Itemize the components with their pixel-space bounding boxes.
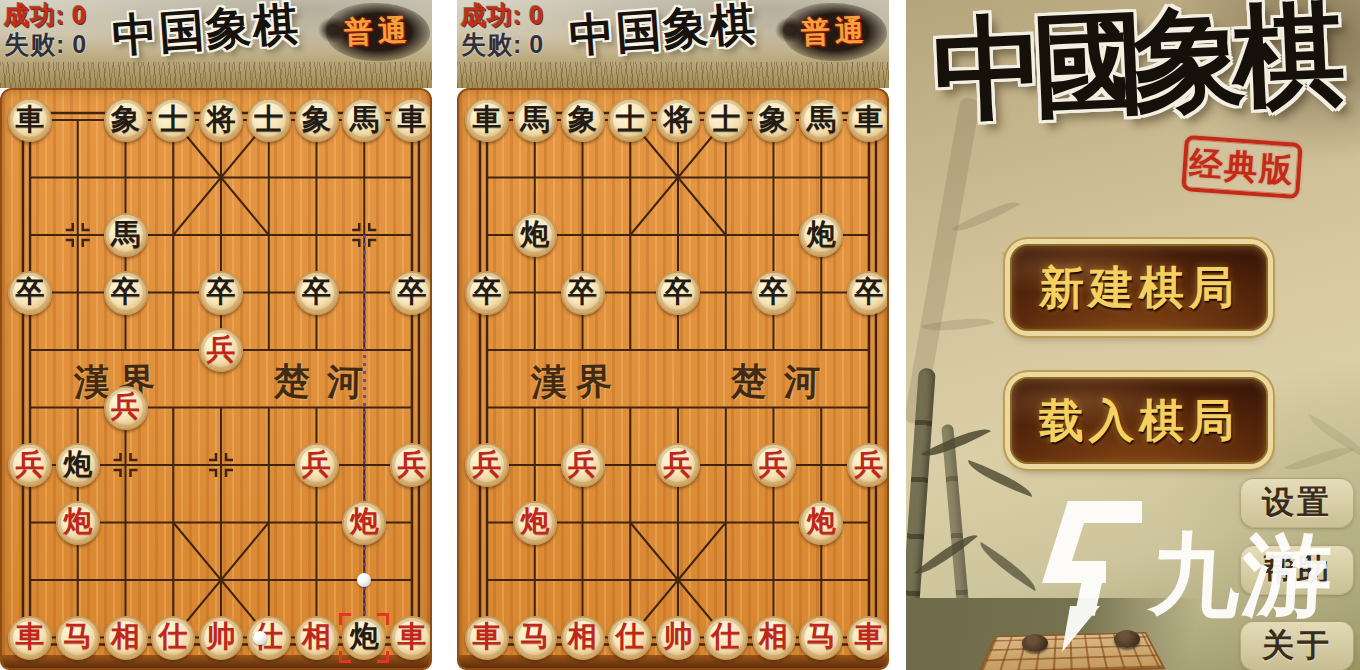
difficulty-badge[interactable]: 普通 (783, 3, 887, 61)
piece-black-馬[interactable]: 馬 (513, 98, 557, 142)
piece-black-象[interactable]: 象 (752, 98, 796, 142)
piece-red-車[interactable]: 車 (465, 616, 509, 660)
piece-black-士[interactable]: 士 (247, 98, 291, 142)
board-photo (906, 598, 1236, 670)
piece-black-卒[interactable]: 卒 (752, 271, 796, 315)
piece-red-炮[interactable]: 炮 (799, 501, 843, 545)
piece-black-士[interactable]: 士 (608, 98, 652, 142)
piece-red-車[interactable]: 車 (8, 616, 52, 660)
piece-black-象[interactable]: 象 (104, 98, 148, 142)
piece-black-将[interactable]: 将 (656, 98, 700, 142)
success-counter: 成功: 0 (461, 1, 544, 30)
fail-counter: 失败: 0 (461, 30, 544, 59)
piece-black-車[interactable]: 車 (465, 98, 509, 142)
fail-counter: 失败: 0 (4, 30, 87, 59)
menu-panel: 中國象棋 经典版 新建棋局 载入棋局 设置 帮助 关于 九游 (906, 0, 1360, 670)
classic-edition-seal: 经典版 (1181, 135, 1303, 199)
piece-black-卒[interactable]: 卒 (8, 271, 52, 315)
piece-red-兵[interactable]: 兵 (561, 443, 605, 487)
piece-black-馬[interactable]: 馬 (104, 213, 148, 257)
game-panel-left: 成功: 0 失败: 0 中国象棋 普通 漢界 楚河 車象士将士象馬車馬卒卒卒卒卒… (0, 0, 432, 670)
trail-ball (253, 631, 267, 645)
piece-black-卒[interactable]: 卒 (465, 271, 509, 315)
success-counter: 成功: 0 (4, 1, 87, 30)
game-header: 成功: 0 失败: 0 中国象棋 普通 (0, 0, 432, 88)
menu-title: 中國象棋 (906, 0, 1360, 149)
bamboo-leaf (964, 460, 1036, 497)
piece-red-马[interactable]: 马 (799, 616, 843, 660)
settings-button[interactable]: 设置 (1240, 478, 1354, 528)
xiangqi-board[interactable]: 漢界 楚河 車象士将士象馬車馬卒卒卒卒卒兵兵兵炮兵兵炮炮車马相仕帅仕相炮車 (0, 88, 432, 670)
piece-black-将[interactable]: 将 (199, 98, 243, 142)
piece-red-兵[interactable]: 兵 (199, 328, 243, 372)
river-label-right: 楚河 (731, 357, 838, 408)
new-game-button[interactable]: 新建棋局 (1010, 244, 1268, 331)
game-title: 中国象棋 (110, 0, 302, 66)
piece-red-炮[interactable]: 炮 (56, 501, 100, 545)
piece-red-相[interactable]: 相 (561, 616, 605, 660)
piece-red-車[interactable]: 車 (390, 616, 432, 660)
piece-red-兵[interactable]: 兵 (104, 386, 148, 430)
piece-black-車[interactable]: 車 (390, 98, 432, 142)
piece-black-炮[interactable]: 炮 (342, 616, 386, 660)
load-game-button[interactable]: 载入棋局 (1010, 377, 1268, 464)
score-counters: 成功: 0 失败: 0 (4, 1, 87, 59)
piece-black-炮[interactable]: 炮 (799, 213, 843, 257)
piece-red-仕[interactable]: 仕 (608, 616, 652, 660)
bamboo-leaf (974, 542, 1042, 591)
game-title: 中国象棋 (567, 0, 759, 66)
piece-red-炮[interactable]: 炮 (513, 501, 557, 545)
piece-red-帅[interactable]: 帅 (656, 616, 700, 660)
piece-red-马[interactable]: 马 (56, 616, 100, 660)
page: 成功: 0 失败: 0 中国象棋 普通 漢界 楚河 車象士将士象馬車馬卒卒卒卒卒… (0, 0, 1360, 670)
piece-black-卒[interactable]: 卒 (847, 271, 889, 315)
piece-black-卒[interactable]: 卒 (656, 271, 700, 315)
piece-red-仕[interactable]: 仕 (151, 616, 195, 660)
piece-red-兵[interactable]: 兵 (8, 443, 52, 487)
piece-black-車[interactable]: 車 (8, 98, 52, 142)
help-button[interactable]: 帮助 (1240, 545, 1354, 595)
piece-red-兵[interactable]: 兵 (295, 443, 339, 487)
piece-red-仕[interactable]: 仕 (704, 616, 748, 660)
game-header: 成功: 0 失败: 0 中国象棋 普通 (457, 0, 889, 88)
piece-red-炮[interactable]: 炮 (342, 501, 386, 545)
piece-red-兵[interactable]: 兵 (752, 443, 796, 487)
piece-black-士[interactable]: 士 (151, 98, 195, 142)
piece-black-卒[interactable]: 卒 (295, 271, 339, 315)
piece-red-兵[interactable]: 兵 (390, 443, 432, 487)
xiangqi-board[interactable]: 漢界 楚河 車馬象士将士象馬車炮炮卒卒卒卒卒兵兵兵兵兵炮炮車马相仕帅仕相马車 (457, 88, 889, 670)
river-label-left: 漢界 (531, 357, 622, 408)
piece-black-士[interactable]: 士 (704, 98, 748, 142)
piece-red-相[interactable]: 相 (104, 616, 148, 660)
piece-black-車[interactable]: 車 (847, 98, 889, 142)
game-piece-photo (1114, 630, 1140, 648)
about-button[interactable]: 关于 (1240, 621, 1354, 670)
piece-black-卒[interactable]: 卒 (561, 271, 605, 315)
piece-black-馬[interactable]: 馬 (799, 98, 843, 142)
piece-red-兵[interactable]: 兵 (656, 443, 700, 487)
piece-red-马[interactable]: 马 (513, 616, 557, 660)
piece-red-帅[interactable]: 帅 (199, 616, 243, 660)
piece-black-馬[interactable]: 馬 (342, 98, 386, 142)
piece-black-炮[interactable]: 炮 (56, 443, 100, 487)
piece-black-卒[interactable]: 卒 (104, 271, 148, 315)
piece-black-象[interactable]: 象 (561, 98, 605, 142)
score-counters: 成功: 0 失败: 0 (461, 1, 544, 59)
piece-red-相[interactable]: 相 (295, 616, 339, 660)
game-panel-middle: 成功: 0 失败: 0 中国象棋 普通 漢界 楚河 車馬象士将士象馬車炮炮卒卒卒… (457, 0, 889, 670)
piece-black-卒[interactable]: 卒 (390, 271, 432, 315)
piece-red-兵[interactable]: 兵 (847, 443, 889, 487)
piece-red-車[interactable]: 車 (847, 616, 889, 660)
selection-brackets (339, 613, 389, 663)
piece-black-象[interactable]: 象 (295, 98, 339, 142)
game-piece-photo (1022, 634, 1048, 652)
piece-black-卒[interactable]: 卒 (199, 271, 243, 315)
piece-black-炮[interactable]: 炮 (513, 213, 557, 257)
difficulty-badge[interactable]: 普通 (326, 3, 430, 61)
piece-red-相[interactable]: 相 (752, 616, 796, 660)
piece-red-兵[interactable]: 兵 (465, 443, 509, 487)
